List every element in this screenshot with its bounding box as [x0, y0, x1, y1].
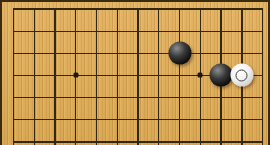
grid-line-vertical — [96, 64, 97, 86]
board-intersection[interactable] — [107, 64, 128, 86]
grid-line-vertical — [34, 131, 35, 145]
board-intersection[interactable] — [65, 131, 86, 145]
board-intersection[interactable] — [232, 131, 253, 145]
grid-line-vertical — [179, 20, 180, 42]
grid-line-vertical — [158, 8, 159, 20]
board-intersection[interactable] — [169, 109, 190, 131]
board-intersection[interactable] — [190, 64, 211, 86]
board-intersection[interactable] — [45, 64, 66, 86]
grid-line-vertical — [137, 8, 138, 20]
board-intersection[interactable] — [148, 64, 169, 86]
grid-line-vertical — [75, 131, 76, 145]
grid-line-vertical — [220, 42, 221, 64]
grid-line-vertical — [179, 64, 180, 86]
black-stone — [210, 64, 233, 87]
board-intersection[interactable] — [3, 42, 24, 64]
board-intersection[interactable] — [169, 0, 190, 20]
grid-line-horizontal — [13, 141, 23, 142]
board-intersection[interactable] — [211, 87, 232, 109]
grid-line-vertical — [75, 87, 76, 109]
grid-line-vertical — [13, 109, 14, 131]
grid-line-vertical — [241, 20, 242, 42]
grid-line-horizontal — [13, 97, 23, 98]
board-intersection[interactable] — [148, 87, 169, 109]
board-intersection[interactable] — [232, 64, 253, 86]
grid-line-vertical — [75, 42, 76, 64]
board-intersection[interactable] — [3, 131, 24, 145]
board-intersection[interactable] — [148, 109, 169, 131]
grid-line-vertical — [137, 87, 138, 109]
board-intersection[interactable] — [190, 87, 211, 109]
screenshot-canvas — [0, 0, 270, 145]
board-intersection[interactable] — [24, 20, 45, 42]
grid-line-vertical — [117, 8, 118, 20]
board-intersection[interactable] — [86, 87, 107, 109]
grid-line-vertical — [34, 109, 35, 131]
grid-line-vertical — [200, 87, 201, 109]
board-intersection[interactable] — [24, 87, 45, 109]
board-intersection[interactable] — [148, 42, 169, 64]
grid-line-vertical — [54, 8, 55, 20]
board-intersection[interactable] — [3, 20, 24, 42]
grid-line-vertical — [34, 20, 35, 42]
board-intersection[interactable] — [86, 42, 107, 64]
board-intersection[interactable] — [24, 42, 45, 64]
board-intersection[interactable] — [45, 0, 66, 20]
board-intersection[interactable] — [86, 109, 107, 131]
board-intersection[interactable] — [86, 64, 107, 86]
board-intersection[interactable] — [148, 131, 169, 145]
board-intersection[interactable] — [86, 0, 107, 20]
board-intersection[interactable] — [211, 131, 232, 145]
grid-line-vertical — [158, 131, 159, 145]
grid-line-vertical — [137, 131, 138, 145]
grid-line-vertical — [54, 131, 55, 145]
board-intersection[interactable] — [190, 20, 211, 42]
grid-line-vertical — [13, 42, 14, 64]
grid-line-horizontal — [13, 119, 23, 120]
board-intersection[interactable] — [232, 20, 253, 42]
grid-line-vertical — [262, 131, 263, 145]
grid-line-vertical — [34, 8, 35, 20]
grid-line-vertical — [137, 20, 138, 42]
board-intersection[interactable] — [65, 42, 86, 64]
grid-line-vertical — [158, 64, 159, 86]
board-intersection[interactable] — [190, 109, 211, 131]
grid-line-vertical — [13, 8, 14, 20]
board-intersection[interactable] — [107, 131, 128, 145]
grid-line-horizontal — [13, 75, 23, 76]
board-edge-top — [0, 0, 270, 2]
board-intersection[interactable] — [232, 42, 253, 64]
board-intersection[interactable] — [107, 0, 128, 20]
board-intersection[interactable] — [65, 109, 86, 131]
white-stone — [230, 64, 253, 87]
board-intersection[interactable] — [107, 87, 128, 109]
grid-line-vertical — [158, 109, 159, 131]
grid-line-vertical — [137, 42, 138, 64]
board-intersection[interactable] — [128, 64, 149, 86]
board-intersection[interactable] — [3, 0, 24, 20]
grid-line-vertical — [241, 87, 242, 109]
grid-line-vertical — [220, 109, 221, 131]
board-intersection[interactable] — [190, 131, 211, 145]
board-intersection[interactable] — [128, 87, 149, 109]
grid-line-vertical — [54, 64, 55, 86]
grid-line-vertical — [13, 64, 14, 86]
board-intersection[interactable] — [211, 20, 232, 42]
grid-line-vertical — [179, 109, 180, 131]
grid-line-vertical — [96, 42, 97, 64]
grid-line-vertical — [200, 131, 201, 145]
board-intersection[interactable] — [211, 109, 232, 131]
board-intersection[interactable] — [190, 0, 211, 20]
grid-line-vertical — [241, 42, 242, 64]
grid-line-horizontal — [13, 53, 23, 54]
grid-line-horizontal — [13, 31, 23, 32]
grid-line-vertical — [220, 8, 221, 20]
grid-line-vertical — [158, 87, 159, 109]
board-intersection[interactable] — [65, 0, 86, 20]
grid-line-vertical — [179, 8, 180, 20]
board-intersection[interactable] — [45, 42, 66, 64]
grid-line-vertical — [117, 64, 118, 86]
board-intersection[interactable] — [107, 20, 128, 42]
board-intersection[interactable] — [3, 64, 24, 86]
grid-line-vertical — [13, 87, 14, 109]
grid-line-vertical — [75, 20, 76, 42]
board-intersection[interactable] — [45, 20, 66, 42]
board-intersection[interactable] — [232, 0, 253, 20]
grid-line-vertical — [54, 87, 55, 109]
grid-line-vertical — [117, 20, 118, 42]
grid-line-vertical — [54, 42, 55, 64]
board-intersection[interactable] — [45, 109, 66, 131]
board-intersection[interactable] — [65, 64, 86, 86]
grid-line-vertical — [13, 20, 14, 42]
board-intersection[interactable] — [232, 87, 253, 109]
star-point — [73, 73, 78, 78]
board-intersection[interactable] — [169, 87, 190, 109]
star-point — [198, 73, 203, 78]
grid-line-vertical — [96, 109, 97, 131]
grid-line-vertical — [200, 20, 201, 42]
board-intersection[interactable] — [86, 131, 107, 145]
board-intersection[interactable] — [45, 131, 66, 145]
grid-line-vertical — [117, 131, 118, 145]
board-intersection[interactable] — [211, 0, 232, 20]
grid-line-vertical — [34, 87, 35, 109]
grid-line-vertical — [117, 87, 118, 109]
grid-line-vertical — [179, 131, 180, 145]
board-intersection[interactable] — [211, 64, 232, 86]
grid-line-vertical — [262, 8, 263, 20]
board-edge-left — [0, 0, 2, 145]
board-intersection[interactable] — [128, 42, 149, 64]
grid-line-vertical — [34, 64, 35, 86]
grid-line-vertical — [179, 87, 180, 109]
board-intersection[interactable] — [148, 20, 169, 42]
board-intersection[interactable] — [169, 42, 190, 64]
grid-line-vertical — [200, 8, 201, 20]
board-intersection[interactable] — [24, 64, 45, 86]
grid-line-vertical — [262, 64, 263, 86]
board-intersection[interactable] — [169, 20, 190, 42]
board-intersection[interactable] — [232, 109, 253, 131]
grid-line-vertical — [13, 131, 14, 145]
grid-line-vertical — [96, 87, 97, 109]
go-board — [0, 0, 270, 145]
grid-line-vertical — [158, 42, 159, 64]
board-intersection[interactable] — [24, 109, 45, 131]
board-intersection[interactable] — [65, 20, 86, 42]
grid-line-vertical — [34, 42, 35, 64]
grid-line-vertical — [137, 109, 138, 131]
board-intersection[interactable] — [3, 109, 24, 131]
board-intersection[interactable] — [169, 131, 190, 145]
board-intersection[interactable] — [45, 87, 66, 109]
grid-line-vertical — [137, 64, 138, 86]
grid-line-vertical — [200, 42, 201, 64]
grid-line-vertical — [158, 20, 159, 42]
black-stone — [168, 42, 191, 65]
board-intersection[interactable] — [24, 0, 45, 20]
grid-line-vertical — [75, 109, 76, 131]
grid-line-vertical — [54, 109, 55, 131]
board-intersection[interactable] — [211, 42, 232, 64]
grid-line-vertical — [117, 109, 118, 131]
grid-line-vertical — [117, 42, 118, 64]
board-intersection[interactable] — [65, 87, 86, 109]
board-edge-right — [268, 0, 270, 145]
grid-line-vertical — [75, 8, 76, 20]
grid-line-vertical — [241, 8, 242, 20]
grid-line-vertical — [262, 20, 263, 42]
grid-line-vertical — [96, 20, 97, 42]
board-intersection[interactable] — [148, 0, 169, 20]
grid-line-vertical — [96, 8, 97, 20]
grid-line-vertical — [241, 109, 242, 131]
grid-line-vertical — [262, 42, 263, 64]
board-intersection[interactable] — [107, 109, 128, 131]
grid-line-vertical — [262, 87, 263, 109]
board-intersection[interactable] — [128, 131, 149, 145]
board-intersection[interactable] — [86, 20, 107, 42]
board-intersection[interactable] — [128, 0, 149, 20]
grid-line-vertical — [96, 131, 97, 145]
last-move-circle-marker — [236, 69, 248, 81]
grid-line-vertical — [220, 20, 221, 42]
board-intersection[interactable] — [3, 87, 24, 109]
grid-line-vertical — [200, 109, 201, 131]
go-board-grid — [3, 0, 270, 145]
board-intersection[interactable] — [169, 64, 190, 86]
board-intersection[interactable] — [24, 131, 45, 145]
grid-line-vertical — [220, 87, 221, 109]
grid-line-vertical — [220, 131, 221, 145]
grid-line-vertical — [54, 20, 55, 42]
board-intersection[interactable] — [190, 42, 211, 64]
board-intersection[interactable] — [128, 109, 149, 131]
board-intersection[interactable] — [107, 42, 128, 64]
grid-line-horizontal — [13, 8, 23, 9]
grid-line-vertical — [262, 109, 263, 131]
grid-line-vertical — [241, 131, 242, 145]
board-intersection[interactable] — [128, 20, 149, 42]
